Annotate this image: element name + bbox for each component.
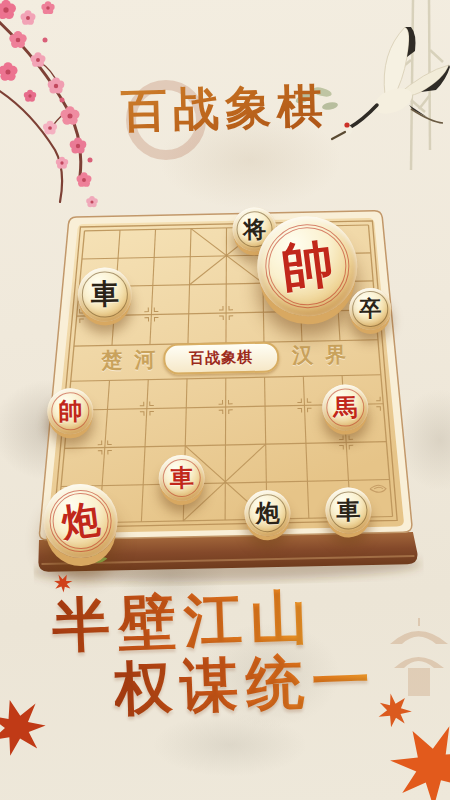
maple-leaf [385, 718, 450, 800]
piece-glyph: 炮 [39, 480, 122, 563]
piece-red-horse: 馬 [322, 384, 369, 431]
maple-leaf [48, 568, 78, 598]
piece-layer: 将帥車卒帥馬車炮炮車 [26, 201, 424, 589]
splash-screen: 百战象棋 [0, 0, 450, 800]
piece-glyph: 車 [325, 487, 372, 534]
piece-glyph: 卒 [349, 288, 392, 331]
maple-leaf [0, 692, 52, 762]
piece-red-cannon: 炮 [43, 483, 119, 559]
piece-black-chariot: 車 [77, 267, 132, 322]
xiangqi-board: 楚河 汉界 百战象棋 将帥車卒帥馬車炮炮車 [26, 201, 424, 589]
piece-red-chariot: 車 [158, 454, 205, 501]
piece-glyph: 帥 [251, 210, 363, 322]
piece-glyph: 車 [158, 454, 205, 501]
piece-red-general: 帥 [47, 388, 94, 435]
pavilion-silhouette [388, 616, 450, 701]
piece-glyph: 炮 [244, 490, 291, 537]
piece-black-cannon: 炮 [244, 490, 291, 537]
piece-glyph: 帥 [47, 388, 94, 435]
slogan-line-2: 权谋统一 [113, 641, 380, 728]
piece-glyph: 車 [77, 267, 132, 322]
piece-black-soldier: 卒 [349, 288, 392, 331]
piece-glyph: 馬 [322, 384, 369, 431]
app-title: 百战象棋 [0, 72, 450, 146]
piece-black-chariot: 車 [325, 487, 372, 534]
piece-red-general: 帥 [256, 215, 358, 317]
